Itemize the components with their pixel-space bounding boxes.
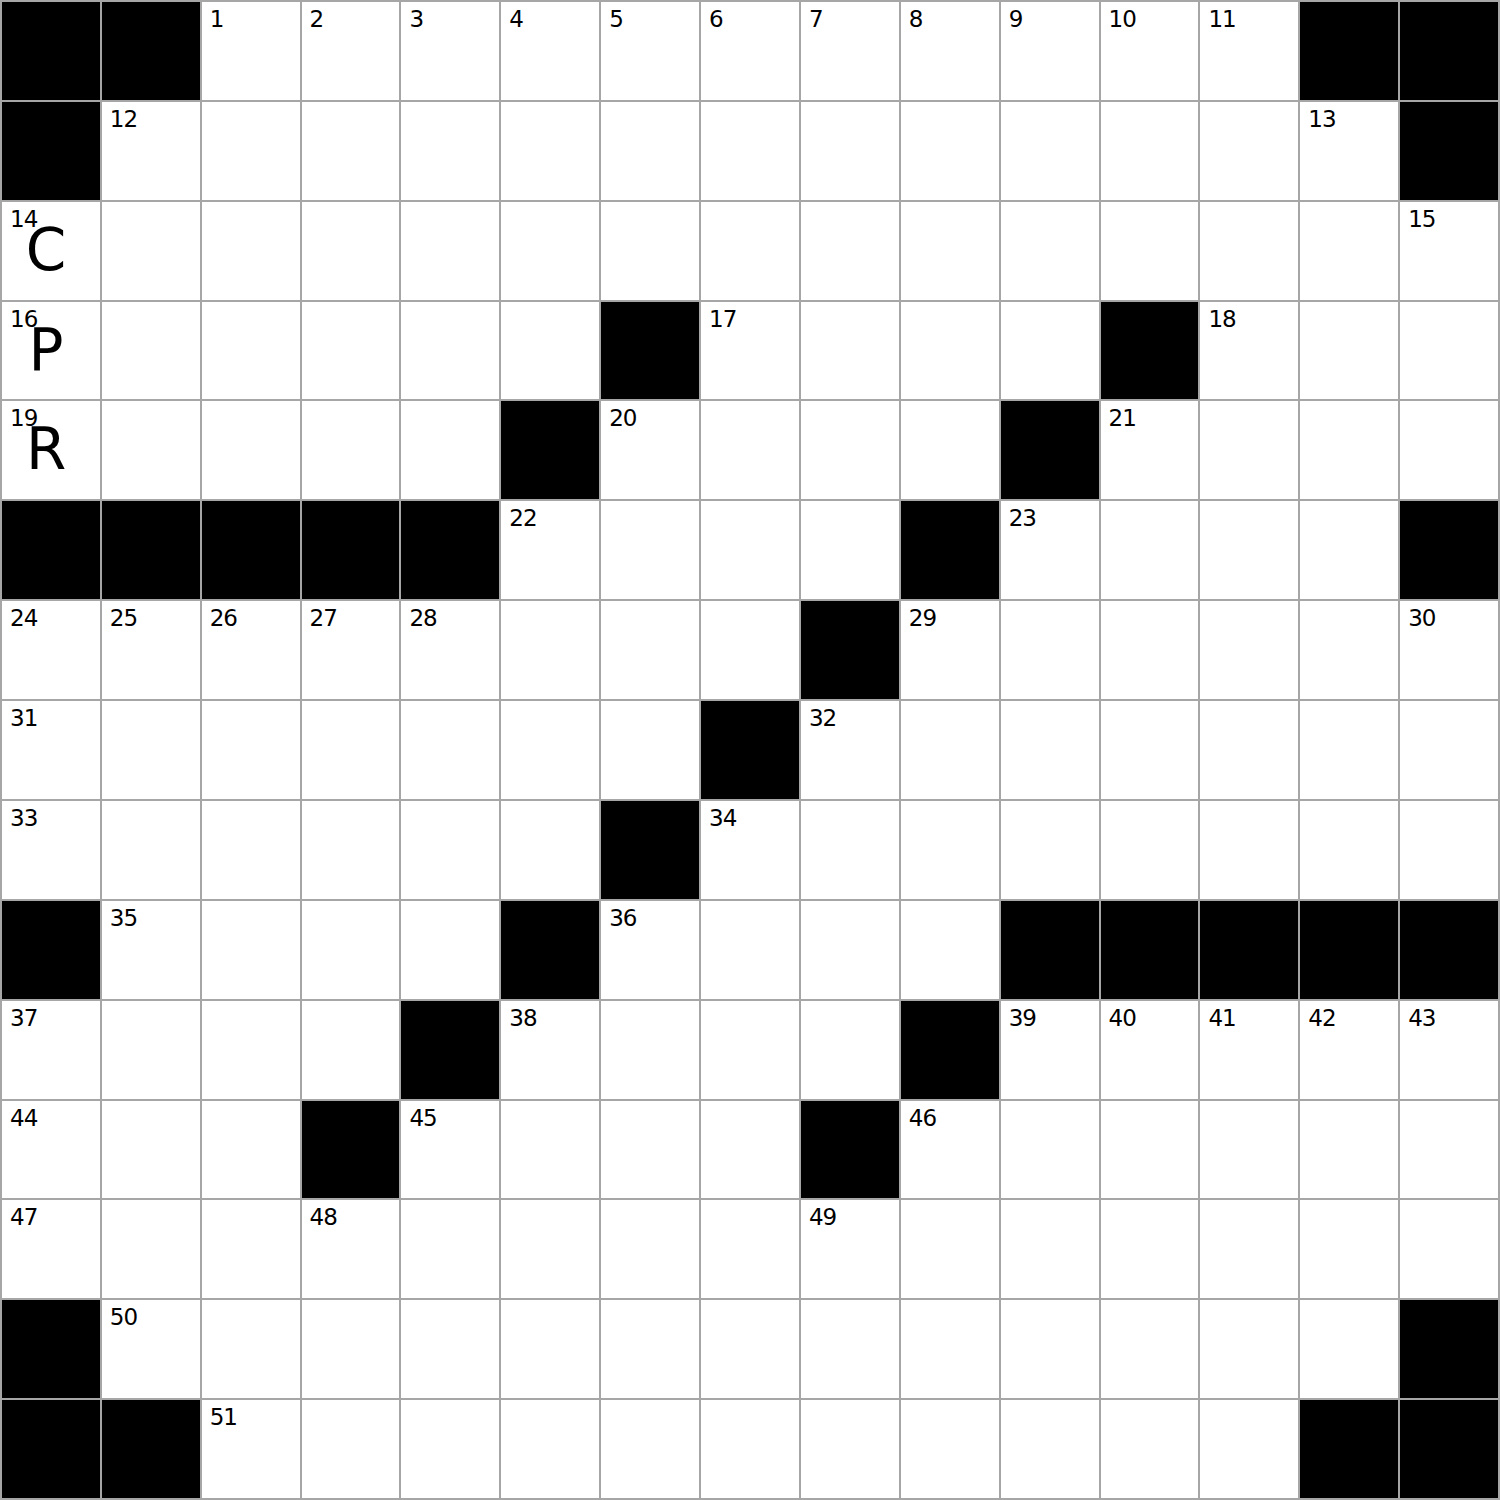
grid-cell[interactable] [301, 1000, 401, 1100]
grid-cell[interactable] [400, 1199, 500, 1299]
black-cell [600, 301, 700, 401]
grid-cell[interactable] [201, 301, 301, 401]
clue-number: 12 [110, 108, 137, 131]
grid-cell[interactable] [1299, 1199, 1399, 1299]
grid-cell[interactable] [700, 400, 800, 500]
grid-cell[interactable] [800, 500, 900, 600]
grid-cell[interactable] [500, 600, 600, 700]
black-cell [1, 500, 101, 600]
clue-number: 27 [310, 607, 337, 630]
clue-number: 24 [10, 607, 37, 630]
grid-cell[interactable] [800, 1299, 900, 1399]
grid-cell[interactable] [101, 201, 201, 301]
clue-number: 17 [709, 308, 736, 331]
grid-cell[interactable] [600, 1399, 700, 1499]
grid-cell[interactable] [1199, 800, 1299, 900]
grid-cell[interactable] [700, 1299, 800, 1399]
black-cell [101, 500, 201, 600]
grid-cell[interactable]: 49 [800, 1199, 900, 1299]
grid-cell[interactable]: 14C [1, 201, 101, 301]
grid-cell[interactable] [700, 1399, 800, 1499]
grid-cell[interactable] [800, 1000, 900, 1100]
black-cell [1100, 900, 1200, 1000]
grid-cell[interactable] [1100, 101, 1200, 201]
grid-cell[interactable] [301, 400, 401, 500]
grid-cell[interactable] [301, 101, 401, 201]
clue-number: 47 [10, 1206, 37, 1229]
clue-number: 7 [809, 8, 823, 31]
clue-number: 43 [1408, 1007, 1435, 1030]
grid-cell[interactable] [700, 500, 800, 600]
grid-cell[interactable]: 48 [301, 1199, 401, 1299]
grid-cell[interactable] [500, 1299, 600, 1399]
clue-number: 1 [210, 8, 224, 31]
grid-cell[interactable] [1100, 600, 1200, 700]
grid-cell[interactable]: 1 [201, 1, 301, 101]
clue-number: 4 [509, 8, 523, 31]
black-cell [800, 1100, 900, 1200]
grid-cell[interactable] [201, 400, 301, 500]
black-cell [1399, 1399, 1499, 1499]
grid-cell[interactable] [301, 1399, 401, 1499]
clue-number: 20 [609, 407, 636, 430]
clue-number: 48 [310, 1206, 337, 1229]
grid-cell[interactable]: 28 [400, 600, 500, 700]
black-cell [600, 800, 700, 900]
grid-cell[interactable] [500, 1100, 600, 1200]
black-cell [201, 500, 301, 600]
clue-number: 38 [509, 1007, 536, 1030]
black-cell [101, 1, 201, 101]
clue-number: 28 [409, 607, 436, 630]
grid-cell[interactable] [1100, 1199, 1200, 1299]
grid-cell[interactable] [101, 301, 201, 401]
grid-cell[interactable] [900, 201, 1000, 301]
grid-cell[interactable] [301, 900, 401, 1000]
grid-cell[interactable] [800, 201, 900, 301]
grid-cell[interactable] [1199, 101, 1299, 201]
grid-cell[interactable] [400, 1399, 500, 1499]
grid-cell[interactable] [201, 900, 301, 1000]
clue-number: 35 [110, 907, 137, 930]
black-cell [700, 700, 800, 800]
grid-cell[interactable] [400, 101, 500, 201]
grid-cell[interactable]: 32 [800, 700, 900, 800]
grid-cell[interactable] [500, 301, 600, 401]
black-cell [301, 1100, 401, 1200]
grid-cell[interactable] [1100, 1100, 1200, 1200]
grid-cell[interactable] [201, 700, 301, 800]
grid-cell[interactable]: 18 [1199, 301, 1299, 401]
grid-cell[interactable] [500, 101, 600, 201]
grid-cell[interactable] [400, 201, 500, 301]
grid-cell[interactable] [1000, 201, 1100, 301]
grid-cell[interactable] [1299, 400, 1399, 500]
grid-cell[interactable] [1000, 1199, 1100, 1299]
grid-cell[interactable]: 45 [400, 1100, 500, 1200]
black-cell [900, 500, 1000, 600]
grid-cell[interactable] [101, 1000, 201, 1100]
grid-cell[interactable] [201, 101, 301, 201]
clue-number: 40 [1109, 1007, 1136, 1030]
grid-cell[interactable] [600, 201, 700, 301]
grid-cell[interactable]: 33 [1, 800, 101, 900]
grid-cell[interactable] [500, 1199, 600, 1299]
black-cell [1299, 1, 1399, 101]
grid-cell[interactable] [400, 900, 500, 1000]
black-cell [500, 900, 600, 1000]
grid-cell[interactable]: 3 [400, 1, 500, 101]
black-cell [1100, 301, 1200, 401]
grid-cell[interactable]: 22 [500, 500, 600, 600]
clue-number: 36 [609, 907, 636, 930]
grid-cell[interactable] [500, 700, 600, 800]
grid-cell[interactable] [301, 700, 401, 800]
grid-cell[interactable]: 42 [1299, 1000, 1399, 1100]
clue-number: 49 [809, 1206, 836, 1229]
clue-number: 37 [10, 1007, 37, 1030]
grid-cell[interactable] [700, 1000, 800, 1100]
clue-number: 11 [1208, 8, 1235, 31]
grid-cell[interactable] [900, 400, 1000, 500]
grid-cell[interactable] [1199, 700, 1299, 800]
grid-cell[interactable] [201, 1199, 301, 1299]
grid-cell[interactable]: 7 [800, 1, 900, 101]
grid-cell[interactable] [1199, 600, 1299, 700]
black-cell [400, 500, 500, 600]
black-cell [1399, 1, 1499, 101]
grid-cell[interactable]: 47 [1, 1199, 101, 1299]
grid-cell[interactable]: 20 [600, 400, 700, 500]
grid-cell[interactable]: 43 [1399, 1000, 1499, 1100]
grid-cell[interactable]: 38 [500, 1000, 600, 1100]
grid-cell[interactable] [301, 201, 401, 301]
grid-cell[interactable]: 46 [900, 1100, 1000, 1200]
grid-cell[interactable]: 25 [101, 600, 201, 700]
grid-cell[interactable] [900, 800, 1000, 900]
grid-cell[interactable] [1299, 500, 1399, 600]
grid-cell[interactable] [1100, 1299, 1200, 1399]
grid-cell[interactable] [900, 101, 1000, 201]
grid-cell[interactable] [1199, 1100, 1299, 1200]
grid-cell[interactable]: 2 [301, 1, 401, 101]
clue-number: 50 [110, 1306, 137, 1329]
clue-number: 45 [409, 1107, 436, 1130]
black-cell [1000, 900, 1100, 1000]
grid-cell[interactable] [301, 1299, 401, 1399]
clue-number: 6 [709, 8, 723, 31]
grid-cell[interactable]: 50 [101, 1299, 201, 1399]
grid-cell[interactable] [800, 1399, 900, 1499]
grid-cell[interactable]: 34 [700, 800, 800, 900]
grid-cell[interactable] [1199, 400, 1299, 500]
black-cell [1000, 400, 1100, 500]
grid-cell[interactable] [900, 700, 1000, 800]
grid-cell[interactable] [800, 301, 900, 401]
clue-number: 34 [709, 807, 736, 830]
grid-cell[interactable] [1000, 800, 1100, 900]
grid-cell[interactable] [1299, 700, 1399, 800]
grid-cell[interactable] [1199, 201, 1299, 301]
grid-cell[interactable] [1000, 600, 1100, 700]
grid-cell[interactable] [700, 600, 800, 700]
cell-letter: R [26, 420, 66, 478]
clue-number: 21 [1109, 407, 1136, 430]
grid-cell[interactable] [201, 1299, 301, 1399]
grid-cell[interactable] [1399, 1199, 1499, 1299]
grid-cell[interactable] [600, 1299, 700, 1399]
grid-cell[interactable]: 35 [101, 900, 201, 1000]
clue-number: 13 [1308, 108, 1335, 131]
grid-cell[interactable] [900, 301, 1000, 401]
grid-cell[interactable]: 23 [1000, 500, 1100, 600]
clue-number: 15 [1408, 208, 1435, 231]
black-cell [900, 1000, 1000, 1100]
grid-cell[interactable] [900, 1299, 1000, 1399]
grid-cell[interactable] [301, 301, 401, 401]
black-cell [101, 1399, 201, 1499]
grid-cell[interactable] [800, 800, 900, 900]
grid-cell[interactable] [201, 800, 301, 900]
grid-cell[interactable]: 39 [1000, 1000, 1100, 1100]
black-cell [1, 101, 101, 201]
grid-cell[interactable] [101, 1199, 201, 1299]
clue-number: 44 [10, 1107, 37, 1130]
grid-cell[interactable] [500, 800, 600, 900]
grid-cell[interactable] [1000, 301, 1100, 401]
grid-cell[interactable] [201, 1100, 301, 1200]
grid-cell[interactable]: 8 [900, 1, 1000, 101]
crossword-board: 1234567891011121314C1516P171819R20212223… [0, 0, 1500, 1500]
clue-number: 3 [409, 8, 423, 31]
grid-cell[interactable] [201, 201, 301, 301]
grid-cell[interactable] [500, 201, 600, 301]
grid-cell[interactable]: 13 [1299, 101, 1399, 201]
grid-cell[interactable] [1399, 301, 1499, 401]
black-cell [800, 600, 900, 700]
grid-cell[interactable] [900, 900, 1000, 1000]
grid-cell[interactable] [700, 900, 800, 1000]
grid-cell[interactable]: 4 [500, 1, 600, 101]
clue-number: 18 [1208, 308, 1235, 331]
clue-number: 25 [110, 607, 137, 630]
grid-cell[interactable]: 27 [301, 600, 401, 700]
grid-cell[interactable] [600, 600, 700, 700]
clue-number: 30 [1408, 607, 1435, 630]
grid-cell[interactable] [900, 1199, 1000, 1299]
grid-cell[interactable] [900, 1399, 1000, 1499]
grid-cell[interactable]: 15 [1399, 201, 1499, 301]
clue-number: 41 [1208, 1007, 1235, 1030]
grid-cell[interactable] [1199, 1399, 1299, 1499]
grid-cell[interactable] [600, 101, 700, 201]
clue-number: 39 [1009, 1007, 1036, 1030]
grid-cell[interactable]: 6 [700, 1, 800, 101]
grid-cell[interactable]: 30 [1399, 600, 1499, 700]
grid-cell[interactable]: 26 [201, 600, 301, 700]
grid-cell[interactable] [1399, 1100, 1499, 1200]
grid-cell[interactable] [1000, 700, 1100, 800]
grid-cell[interactable]: 16P [1, 301, 101, 401]
black-cell [1, 900, 101, 1000]
grid-cell[interactable] [1299, 301, 1399, 401]
black-cell [400, 1000, 500, 1100]
grid-cell[interactable]: 21 [1100, 400, 1200, 500]
grid-cell[interactable] [1199, 500, 1299, 600]
clue-number: 5 [609, 8, 623, 31]
grid-cell[interactable] [1100, 700, 1200, 800]
grid-cell[interactable]: 31 [1, 700, 101, 800]
grid-cell[interactable] [101, 700, 201, 800]
clue-number: 8 [909, 8, 923, 31]
clue-number: 23 [1009, 507, 1036, 530]
clue-number: 10 [1109, 8, 1136, 31]
grid-cell[interactable] [101, 1100, 201, 1200]
clue-number: 22 [509, 507, 536, 530]
grid-cell[interactable] [700, 1199, 800, 1299]
grid-cell[interactable] [1100, 1399, 1200, 1499]
grid-cell[interactable] [1399, 800, 1499, 900]
grid-cell[interactable]: 10 [1100, 1, 1200, 101]
grid-cell[interactable] [1299, 600, 1399, 700]
clue-number: 33 [10, 807, 37, 830]
grid-cell[interactable] [1299, 1100, 1399, 1200]
clue-number: 26 [210, 607, 237, 630]
black-cell [1199, 900, 1299, 1000]
grid-cell[interactable] [600, 1199, 700, 1299]
black-cell [1299, 1399, 1399, 1499]
grid-cell[interactable] [700, 101, 800, 201]
grid-cell[interactable]: 51 [201, 1399, 301, 1499]
grid-cell[interactable] [1000, 1399, 1100, 1499]
grid-cell[interactable] [800, 101, 900, 201]
grid-cell[interactable] [1299, 1299, 1399, 1399]
cell-letter: C [26, 221, 67, 279]
black-cell [1399, 1299, 1499, 1399]
clue-number: 32 [809, 707, 836, 730]
grid-cell[interactable] [1299, 201, 1399, 301]
grid-cell[interactable] [600, 500, 700, 600]
grid-cell[interactable] [400, 301, 500, 401]
grid-cell[interactable]: 40 [1100, 1000, 1200, 1100]
grid-cell[interactable] [600, 1100, 700, 1200]
grid-cell[interactable] [1000, 1100, 1100, 1200]
black-cell [1399, 900, 1499, 1000]
grid-cell[interactable]: 11 [1199, 1, 1299, 101]
grid-cell[interactable] [1100, 800, 1200, 900]
grid-cell[interactable]: 9 [1000, 1, 1100, 101]
grid-cell[interactable] [400, 700, 500, 800]
black-cell [301, 500, 401, 600]
grid-cell[interactable] [1399, 700, 1499, 800]
grid-cell[interactable] [700, 201, 800, 301]
grid-cell[interactable]: 37 [1, 1000, 101, 1100]
grid-cell[interactable] [1399, 400, 1499, 500]
black-cell [1299, 900, 1399, 1000]
cell-letter: P [29, 321, 64, 379]
grid-cell[interactable] [301, 800, 401, 900]
grid-cell[interactable]: 41 [1199, 1000, 1299, 1100]
clue-number: 51 [210, 1406, 237, 1429]
grid-cell[interactable] [1199, 1299, 1299, 1399]
grid-cell[interactable] [1000, 101, 1100, 201]
black-cell [1, 1399, 101, 1499]
grid-cell[interactable] [101, 400, 201, 500]
clue-number: 46 [909, 1107, 936, 1130]
clue-number: 31 [10, 707, 37, 730]
black-cell [1, 1, 101, 101]
grid-cell[interactable] [1100, 500, 1200, 600]
grid-cell[interactable] [600, 1000, 700, 1100]
grid-cell[interactable]: 19R [1, 400, 101, 500]
grid-cell[interactable] [1100, 201, 1200, 301]
clue-number: 2 [310, 8, 324, 31]
grid-cell[interactable] [400, 800, 500, 900]
grid-cell[interactable] [400, 400, 500, 500]
grid-cell[interactable] [1299, 800, 1399, 900]
grid-cell[interactable]: 5 [600, 1, 700, 101]
grid-cell[interactable] [1000, 1299, 1100, 1399]
grid-cell[interactable]: 12 [101, 101, 201, 201]
grid-cell[interactable] [800, 400, 900, 500]
clue-number: 9 [1009, 8, 1023, 31]
grid-cell[interactable] [500, 1399, 600, 1499]
black-cell [500, 400, 600, 500]
grid-cell[interactable] [800, 900, 900, 1000]
grid-cell[interactable]: 36 [600, 900, 700, 1000]
grid-cell[interactable]: 44 [1, 1100, 101, 1200]
grid-cell[interactable] [101, 800, 201, 900]
grid-cell[interactable]: 24 [1, 600, 101, 700]
black-cell [1, 1299, 101, 1399]
grid-cell[interactable] [700, 1100, 800, 1200]
grid-cell[interactable] [600, 700, 700, 800]
black-cell [1399, 101, 1499, 201]
grid-cell[interactable]: 17 [700, 301, 800, 401]
clue-number: 42 [1308, 1007, 1335, 1030]
grid-cell[interactable] [1199, 1199, 1299, 1299]
black-cell [1399, 500, 1499, 600]
grid-cell[interactable]: 29 [900, 600, 1000, 700]
grid-cell[interactable] [201, 1000, 301, 1100]
clue-number: 29 [909, 607, 936, 630]
grid-cell[interactable] [400, 1299, 500, 1399]
